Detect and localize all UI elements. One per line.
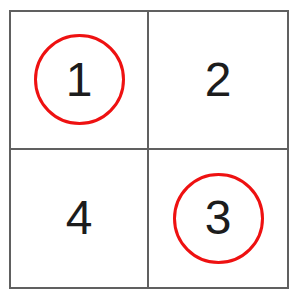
ring-placeholder: 4: [34, 173, 125, 264]
cell-number: 1: [66, 56, 93, 104]
grid-cell-r2c1: 4: [11, 150, 149, 288]
cell-number: 2: [205, 56, 232, 104]
grid-cell-r2c2: 3: [149, 150, 287, 288]
cell-number: 3: [205, 194, 232, 242]
red-circle-annotation: 3: [173, 173, 264, 264]
cell-number: 4: [66, 194, 93, 242]
red-circle-annotation: 1: [34, 34, 125, 125]
grid-board: 1 2 4 3: [9, 10, 289, 289]
grid-cell-r1c1: 1: [11, 12, 149, 150]
ring-placeholder: 2: [173, 34, 264, 125]
grid-cell-r1c2: 2: [149, 12, 287, 150]
